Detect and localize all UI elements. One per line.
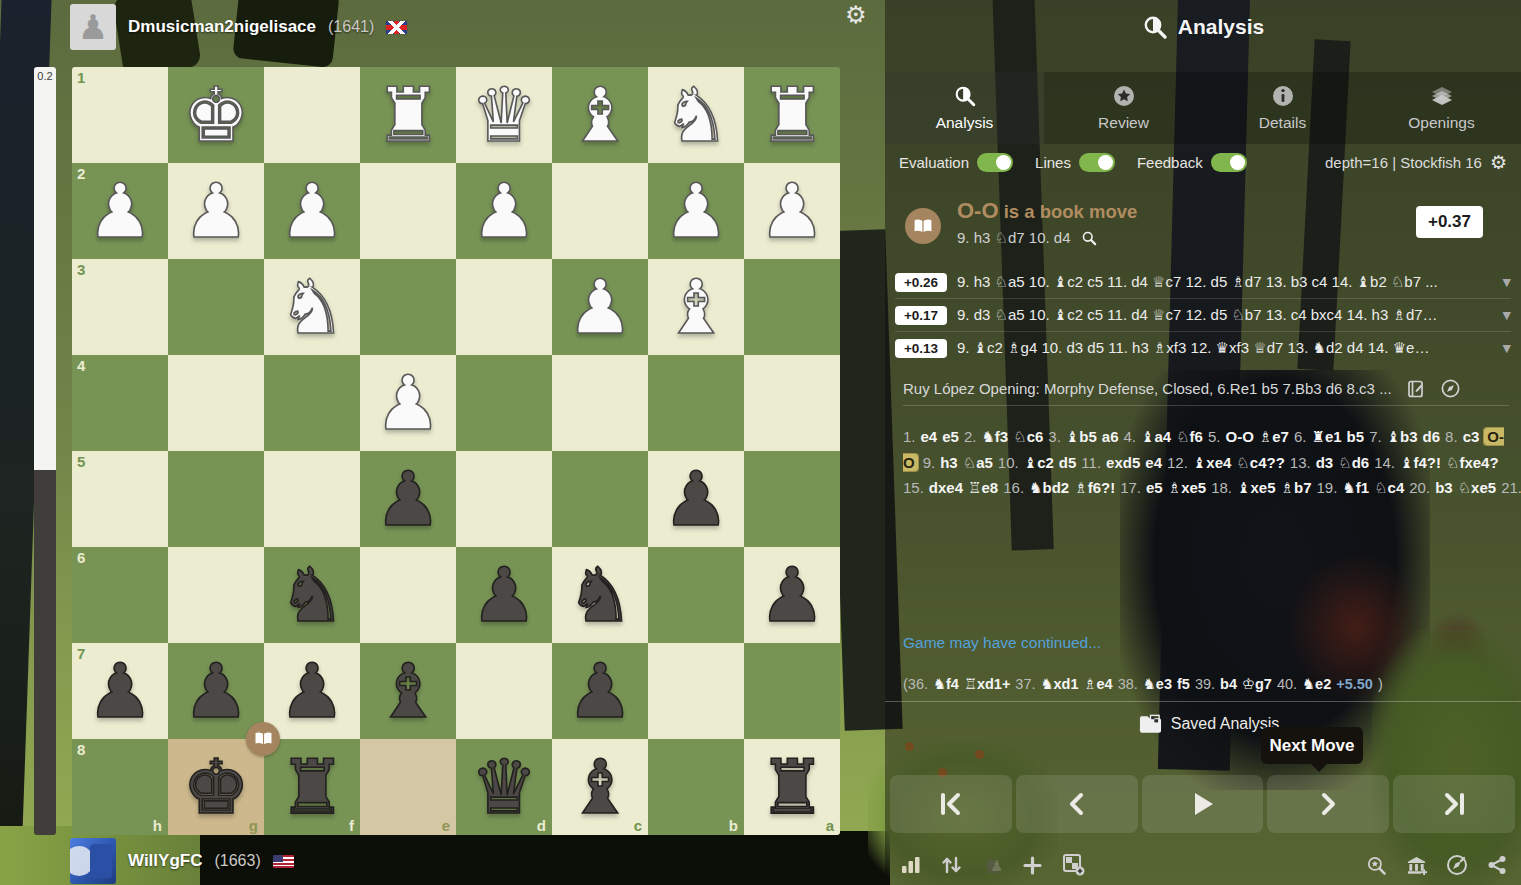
move[interactable]: ♞bd2 [1029,479,1069,496]
move-number: 40. [1277,676,1297,692]
move-number: 20. [1409,479,1430,496]
chess-analysis-app: { "game": "chess", "position": { "fen": … [0,0,1521,885]
square-f1[interactable] [264,67,360,163]
book-move-preview: 9. h3 ♘d7 10. d4 [957,229,1097,247]
book-move-heading: O-O is a book move [957,198,1137,224]
move[interactable]: ♞xd1 [1041,676,1079,692]
move[interactable]: ♞e2 [1302,676,1331,692]
square-b8[interactable]: b [648,739,744,835]
engine-info-text: depth=16 | Stockfish 16 [1325,154,1482,171]
feedback-toggle[interactable]: Feedback [1137,153,1247,172]
white-king[interactable]: ♚ [168,67,264,163]
move[interactable]: ♝b5 [1066,428,1097,445]
move[interactable]: ♗f6?! [1074,479,1115,496]
book-move-heading-rest: is a book move [999,201,1138,222]
square-a3[interactable] [744,259,840,355]
black-pawn[interactable]: ♟ [360,451,456,547]
move[interactable]: d6 [1423,428,1441,445]
white-bishop[interactable]: ♝ [552,67,648,163]
move[interactable]: O-O [1225,428,1253,445]
analysis-panel: Analysis Analysis Review Details Opening… [885,0,1521,885]
move-list[interactable]: 1.e4e52.♞f3♘c63.♝b5a64.♝a4♘f65.O-O♗e76.♜… [903,424,1511,501]
lines-toggle-label: Lines [1035,154,1071,171]
engine-line-2-eval[interactable]: +0.17 [895,306,947,325]
square-f5[interactable] [264,451,360,547]
move[interactable]: f5 [1177,676,1190,692]
move[interactable]: ♞f3 [981,428,1008,445]
opening-journal-icon[interactable] [1406,379,1426,399]
square-h1[interactable]: 1 [72,67,168,163]
move-number: 21. [1501,479,1521,496]
square-f6[interactable]: ♞ [264,547,360,643]
square-d5[interactable] [456,451,552,547]
move-number: 19. [1316,479,1337,496]
move[interactable]: d5 [1059,454,1077,471]
engine-line-1-moves[interactable]: 9. h3 ♘a5 10. ♝c2 c5 11. d4 ♕c7 12. d5 ♗… [957,273,1493,291]
move-number: 4. [1124,428,1137,445]
square-b4[interactable] [648,355,744,451]
move[interactable]: b5 [1347,428,1365,445]
engine-line-2-moves[interactable]: 9. d3 ♘a5 10. ♝c2 c5 11. d4 ♕c7 12. d5 ♘… [957,306,1493,324]
top-player-rating: (1641) [328,18,374,36]
chess-board[interactable]: 1♚♜♛♝♞♜2♟♟♟♟♟♟3♞♟♝4♟5♟♟6♞♟♞♟7♟♟♟♝♟8hg♚f♜… [72,67,840,835]
square-d4[interactable] [456,355,552,451]
engine-settings-gear-icon[interactable]: ⚙ [1490,151,1507,173]
panel-title-text: Analysis [1178,15,1264,39]
library-add-icon[interactable] [1406,855,1427,876]
uk-flag-icon [386,21,407,34]
move[interactable]: ♘f6 [1176,428,1203,445]
analysis-magnifier-icon [1142,14,1168,40]
square-g4[interactable] [168,355,264,451]
book-icon [905,208,941,244]
square-h8[interactable]: 8h [72,739,168,835]
book-preview-moves: 9. h3 ♘d7 10. d4 [957,229,1071,247]
square-e2[interactable] [360,163,456,259]
white-rook[interactable]: ♜ [744,67,840,163]
square-b6[interactable] [648,547,744,643]
move[interactable]: ♘c6 [1013,428,1043,445]
add-icon[interactable] [1023,856,1042,875]
square-g8[interactable]: g♚ [168,739,264,835]
square-f2[interactable]: ♟ [264,163,360,259]
evaluation-toggle-label: Evaluation [899,154,969,171]
move[interactable]: e5 [1146,479,1163,496]
square-c3[interactable]: ♟ [552,259,648,355]
square-b2[interactable]: ♟ [648,163,744,259]
move[interactable]: ♞f4 [933,676,959,692]
rank-label: 6 [77,549,85,566]
opening-row: Ruy López Opening: Morphy Defense, Close… [903,372,1509,406]
pieces-setup-icon[interactable]: ♞♟ [982,853,1002,878]
move[interactable]: ♘xe5 [1458,479,1496,496]
square-f3[interactable]: ♞ [264,259,360,355]
engine-lines: +0.26 9. h3 ♘a5 10. ♝c2 c5 11. d4 ♕c7 12… [895,266,1511,364]
square-c4[interactable] [552,355,648,451]
square-c7[interactable]: ♟ [552,643,648,739]
black-knight[interactable]: ♞ [552,547,648,643]
move[interactable]: dxe4 [929,479,963,496]
move[interactable]: e4 [921,428,938,445]
move-navigation-controls [890,775,1515,833]
move[interactable]: ♝xe4 [1193,454,1231,471]
engine-line-1-eval[interactable]: +0.26 [895,273,947,292]
square-g1[interactable]: ♚ [168,67,264,163]
square-a2[interactable]: ♟ [744,163,840,259]
move[interactable]: ♗b7 [1281,479,1312,496]
tab-details-label: Details [1259,114,1306,132]
move-number: 13. [1290,454,1311,471]
panel-footer-icons: ♞♟ [901,847,1507,883]
tab-details[interactable]: Details [1203,72,1362,144]
evaluation-bar: 0.2 [34,67,56,835]
move-number: 15. [903,479,924,496]
square-e5[interactable]: ♟ [360,451,456,547]
move-number: 17. [1120,479,1141,496]
next-move-button[interactable] [1267,775,1389,833]
move-number: 1. [903,428,916,445]
move[interactable]: ♘d6 [1338,454,1369,471]
square-c1[interactable]: ♝ [552,67,648,163]
share-icon[interactable] [1487,855,1507,875]
file-label: h [153,817,162,834]
white-pawn[interactable]: ♟ [360,355,456,451]
square-a4[interactable] [744,355,840,451]
square-d6[interactable]: ♟ [456,547,552,643]
square-h5[interactable]: 5 [72,451,168,547]
square-a6[interactable]: ♟ [744,547,840,643]
move[interactable]: ♗e4 [1084,676,1113,692]
square-d7[interactable] [456,643,552,739]
board-settings-gear-icon[interactable]: ⚙ [845,1,867,29]
square-g3[interactable] [168,259,264,355]
feedback-toggle-switch[interactable] [1211,153,1247,172]
chevron-down-icon[interactable]: ▼ [1503,309,1511,322]
square-a8[interactable]: a♜ [744,739,840,835]
square-g6[interactable] [168,547,264,643]
square-b5[interactable]: ♟ [648,451,744,547]
opening-name[interactable]: Ruy López Opening: Morphy Defense, Close… [903,380,1392,397]
black-rook[interactable]: ♜ [264,739,360,835]
tab-openings[interactable]: Openings [1362,72,1521,144]
square-d3[interactable] [456,259,552,355]
white-knight[interactable]: ♞ [648,67,744,163]
move-number: 10. [998,454,1019,471]
previous-move-button[interactable] [1016,775,1138,833]
game-continued-link[interactable]: Game may have continued... [903,634,1101,652]
move[interactable]: b3 [1435,479,1453,496]
move[interactable]: ♝f4?! [1400,454,1441,471]
rank-label: 5 [77,453,85,470]
flip-board-icon[interactable] [942,855,961,875]
move[interactable]: ♗xe5 [1168,479,1206,496]
move[interactable]: e5 [942,428,959,445]
evaluation-toggle[interactable]: Evaluation [899,153,1013,172]
square-a1[interactable]: ♜ [744,67,840,163]
black-bishop[interactable]: ♝ [360,643,456,739]
file-label: e [442,817,450,834]
square-g7[interactable]: ♟ [168,643,264,739]
square-c5[interactable] [552,451,648,547]
file-label: b [729,817,738,834]
square-b7[interactable] [648,643,744,739]
square-a7[interactable] [744,643,840,739]
black-bishop[interactable]: ♝ [552,739,648,835]
move[interactable]: b4 [1220,676,1237,692]
square-e3[interactable] [360,259,456,355]
black-pawn[interactable]: ♟ [264,643,360,739]
square-h2[interactable]: 2♟ [72,163,168,259]
square-a5[interactable] [744,451,840,547]
move[interactable]: d3 [1316,454,1334,471]
square-b1[interactable]: ♞ [648,67,744,163]
white-bishop[interactable]: ♝ [648,259,744,355]
explore-compass-icon[interactable] [1446,854,1468,876]
square-h7[interactable]: 7♟ [72,643,168,739]
square-h4[interactable]: 4 [72,355,168,451]
engine-line-3[interactable]: +0.13 9. ♝c2 ♗g4 10. d3 d5 11. h3 ♗xf3 1… [895,331,1511,364]
move-number: 18. [1211,479,1232,496]
white-pawn[interactable]: ♟ [744,163,840,259]
move[interactable]: a6 [1102,428,1119,445]
move-number: 3. [1048,428,1061,445]
move-number: 38. [1118,676,1138,692]
square-h3[interactable]: 3 [72,259,168,355]
move-number: 14. [1374,454,1395,471]
square-c2[interactable] [552,163,648,259]
background-art [200,831,890,885]
saved-analysis-folder-icon [1139,714,1162,734]
move-number: 37. [1015,676,1035,692]
move-number: 7. [1369,428,1382,445]
evaluation-value: 0.2 [34,70,56,82]
top-player-name[interactable]: Dmusicman2nigelisace [128,17,316,37]
engine-line-1[interactable]: +0.26 9. h3 ♘a5 10. ♝c2 c5 11. d4 ♕c7 12… [895,266,1511,298]
move[interactable]: ♔g7 [1242,676,1272,692]
move[interactable]: e4 [1145,454,1162,471]
square-d8[interactable]: d♛ [456,739,552,835]
move[interactable]: ♝xe5 [1237,479,1275,496]
white-queen[interactable]: ♛ [456,67,552,163]
black-pawn[interactable]: ♟ [168,643,264,739]
book-move-badge-icon [246,722,280,756]
book-move-san: O-O [957,198,999,223]
square-f7[interactable]: ♟ [264,643,360,739]
move-number: ) [1378,676,1383,692]
white-pawn[interactable]: ♟ [264,163,360,259]
book-move-section: O-O is a book move 9. h3 ♘d7 10. d4 +0.3… [905,198,1501,262]
black-pawn[interactable]: ♟ [456,547,552,643]
square-g5[interactable] [168,451,264,547]
continuation-line: (36.♞f4♖xd1+37.♞xd1♗e438.♞e3f539.b4♔g740… [903,676,1515,692]
square-h6[interactable]: 6 [72,547,168,643]
move-number: 6. [1294,428,1307,445]
white-rook[interactable]: ♜ [360,67,456,163]
square-c6[interactable]: ♞ [552,547,648,643]
black-rook[interactable]: ♜ [744,739,840,835]
black-pawn[interactable]: ♟ [648,451,744,547]
move[interactable]: ♞f1 [1342,479,1369,496]
panel-tabs: Analysis Review Details Openings [885,72,1521,144]
black-pawn[interactable]: ♟ [72,643,168,739]
search-review-icon[interactable] [1366,855,1387,876]
setup-board-icon[interactable] [1063,854,1085,876]
position-eval-badge: +0.37 [1416,206,1483,238]
rank-label: 8 [77,741,85,758]
black-pawn[interactable]: ♟ [744,547,840,643]
square-e6[interactable] [360,547,456,643]
chevron-down-icon[interactable]: ▼ [1503,276,1511,289]
move-number: 16. [1003,479,1024,496]
square-e4[interactable]: ♟ [360,355,456,451]
evaluation-bar-white: 0.2 [34,67,56,470]
last-move-button[interactable] [1393,775,1515,833]
analysis-options-row: Evaluation Lines Feedback depth=16 | Sto… [885,144,1521,180]
rank-label: 3 [77,261,85,278]
evaluation-chart-icon[interactable] [901,856,921,874]
evaluation-toggle-switch[interactable] [977,153,1013,172]
eval-annotation[interactable]: +5.50 [1336,676,1373,692]
square-e7[interactable]: ♝ [360,643,456,739]
move[interactable]: ♘a5 [963,454,993,471]
top-player-avatar[interactable]: ♟ [70,4,116,50]
move[interactable]: ♘c4 [1374,479,1404,496]
move-number: 11. [1081,454,1101,471]
us-flag-icon [273,855,294,868]
move[interactable]: ♖xd1+ [964,676,1010,692]
move-number: (36. [903,676,928,692]
square-g2[interactable]: ♟ [168,163,264,259]
bottom-player-rating: (1663) [214,852,260,870]
engine-line-2[interactable]: +0.17 9. d3 ♘a5 10. ♝c2 c5 11. d4 ♕c7 12… [895,298,1511,331]
black-queen[interactable]: ♛ [456,739,552,835]
square-e8[interactable]: e [360,739,456,835]
lines-toggle[interactable]: Lines [1035,153,1115,172]
white-pawn[interactable]: ♟ [168,163,264,259]
square-c8[interactable]: c♝ [552,739,648,835]
panel-title: Analysis [885,14,1521,40]
square-d2[interactable]: ♟ [456,163,552,259]
white-knight[interactable]: ♞ [264,259,360,355]
square-f4[interactable] [264,355,360,451]
rank-label: 4 [77,357,85,374]
tab-analysis[interactable]: Analysis [885,72,1044,144]
rank-label: 1 [77,69,85,86]
next-move-tooltip: Next Move [1261,727,1363,764]
move[interactable]: h3 [940,454,958,471]
move-number: 39. [1195,676,1215,692]
move-number: 2. [964,428,977,445]
move[interactable]: ♝a4 [1141,428,1171,445]
feedback-toggle-label: Feedback [1137,154,1203,171]
move-number: 9. [923,454,936,471]
engine-info: depth=16 | Stockfish 16 ⚙ [1325,151,1507,173]
move[interactable]: ♞e3 [1143,676,1172,692]
engine-line-3-moves[interactable]: 9. ♝c2 ♗g4 10. d3 d5 11. h3 ♗xf3 12. ♛xf… [957,339,1493,357]
divider [885,701,1521,702]
black-king[interactable]: ♚ [168,739,264,835]
engine-line-3-eval[interactable]: +0.13 [895,339,947,358]
move-number: 8. [1445,428,1458,445]
move[interactable]: ♝c2 [1024,454,1054,471]
black-pawn[interactable]: ♟ [552,643,648,739]
preview-magnifier-icon[interactable] [1081,230,1097,246]
lines-toggle-switch[interactable] [1079,153,1115,172]
move[interactable]: ♘fxe4? [1446,454,1499,471]
white-pawn[interactable]: ♟ [648,163,744,259]
square-b3[interactable]: ♝ [648,259,744,355]
bottom-player-name[interactable]: WillYgFC [128,851,202,871]
move-number: 5. [1208,428,1221,445]
move-number: 12. [1167,454,1188,471]
opening-explorer-compass-icon[interactable] [1440,378,1461,399]
move[interactable]: c3 [1463,428,1480,445]
tab-review[interactable]: Review [1044,72,1203,144]
top-player-bar: ♟ Dmusicman2nigelisace (1641) [70,4,407,50]
move[interactable]: exd5 [1106,454,1140,471]
bottom-player-avatar[interactable] [70,838,116,884]
move[interactable]: ♜e1 [1311,428,1341,445]
move[interactable]: ♝b3 [1387,428,1418,445]
first-move-button[interactable] [890,775,1012,833]
move[interactable]: ♘c4?? [1236,454,1284,471]
move[interactable]: ♗e7 [1259,428,1289,445]
white-pawn[interactable]: ♟ [456,163,552,259]
black-knight[interactable]: ♞ [264,547,360,643]
tab-review-label: Review [1098,114,1149,132]
chevron-down-icon[interactable]: ▼ [1503,342,1511,355]
move[interactable]: ♖e8 [968,479,998,496]
tab-analysis-label: Analysis [936,114,994,132]
play-button[interactable] [1142,775,1264,833]
white-pawn[interactable]: ♟ [72,163,168,259]
tab-openings-label: Openings [1408,114,1474,132]
saved-analysis-button[interactable]: Saved Analysis [885,714,1279,734]
white-pawn[interactable]: ♟ [552,259,648,355]
square-f8[interactable]: f♜ [264,739,360,835]
square-e1[interactable]: ♜ [360,67,456,163]
bottom-player-bar: WillYgFC (1663) [70,838,294,884]
square-d1[interactable]: ♛ [456,67,552,163]
